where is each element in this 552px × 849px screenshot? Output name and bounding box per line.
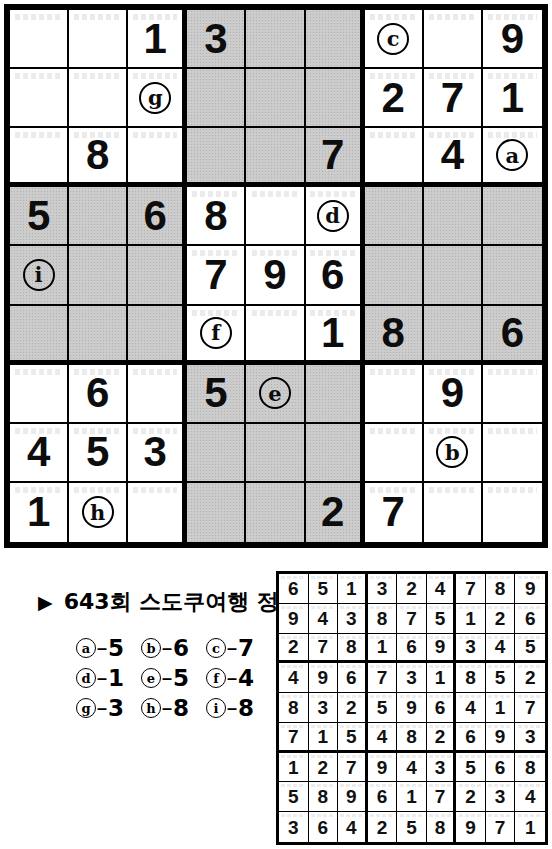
solution-digit: 4	[525, 787, 536, 806]
solution-cell-r7c9: 8	[515, 753, 545, 783]
solution-cell-r2c8: 2	[486, 604, 516, 634]
given-digit: 7	[382, 491, 405, 533]
puzzle-cell-r9c7: 7	[365, 483, 424, 542]
answer-letter-circle-e: e	[141, 668, 161, 688]
solution-digit: 7	[318, 637, 329, 656]
solution-cell-r3c4: 1	[368, 634, 398, 664]
solution-cell-r7c2: 2	[309, 753, 339, 783]
solution-cell-r8c9: 4	[515, 782, 545, 812]
solution-cell-r8c6: 7	[427, 782, 457, 812]
puzzle-cell-r4c3: 6	[128, 187, 187, 246]
solution-cell-r9c6: 8	[427, 812, 457, 842]
solution-digit: 2	[435, 727, 446, 746]
solution-cell-r5c6: 6	[427, 693, 457, 723]
solution-cell-r2c5: 7	[397, 604, 427, 634]
puzzle-cell-r2c9: 1	[483, 69, 542, 128]
solution-cell-r2c4: 8	[368, 604, 398, 634]
solution-digit: 6	[288, 579, 299, 598]
given-digit: 5	[27, 195, 50, 237]
solution-cell-r9c4: 2	[368, 812, 398, 842]
solution-digit: 9	[465, 818, 476, 837]
solution-cell-r3c5: 6	[397, 634, 427, 664]
solution-digit: 8	[377, 609, 388, 628]
solution-cell-r4c2: 9	[309, 663, 339, 693]
solution-cell-r2c1: 9	[279, 604, 309, 634]
solution-cell-r2c2: 4	[309, 604, 339, 634]
solution-cell-r3c6: 9	[427, 634, 457, 664]
circled-letter-e: e	[259, 377, 291, 409]
solution-cell-r3c3: 8	[338, 634, 368, 664]
solution-cell-r1c8: 8	[486, 574, 516, 604]
solution-digit: 3	[406, 668, 417, 687]
solution-digit: 4	[435, 579, 446, 598]
puzzle-cell-r9c6: 2	[306, 483, 365, 542]
solution-digit: 9	[525, 579, 536, 598]
solution-cell-r8c2: 8	[309, 782, 339, 812]
solution-cell-r4c5: 3	[397, 663, 427, 693]
solution-digit: 1	[435, 668, 446, 687]
solution-cell-r4c1: 4	[279, 663, 309, 693]
circled-letter-g: g	[139, 82, 171, 114]
solution-digit: 5	[288, 787, 299, 806]
puzzle-cell-r1c2	[69, 10, 128, 69]
puzzle-cell-r7c3	[128, 365, 187, 424]
answer-entry-a: a–5	[76, 637, 141, 659]
puzzle-cell-r6c7: 8	[365, 306, 424, 365]
solution-digit: 1	[318, 727, 329, 746]
puzzle-cell-r1c6	[306, 10, 365, 69]
solution-cell-r3c1: 2	[279, 634, 309, 664]
given-digit: 1	[321, 312, 344, 354]
solution-digit: 6	[465, 727, 476, 746]
circled-letter-a: a	[496, 139, 528, 171]
solution-digit: 3	[525, 727, 536, 746]
puzzle-cell-r2c2	[69, 69, 128, 128]
solution-digit: 2	[465, 787, 476, 806]
answer-value: 4	[238, 667, 254, 690]
given-digit: 1	[27, 491, 50, 533]
given-digit: 7	[204, 254, 227, 296]
solution-cell-r5c7: 4	[456, 693, 486, 723]
puzzle-cell-r3c7	[365, 128, 424, 187]
puzzle-cell-r4c6: d	[306, 187, 365, 246]
solution-digit: 1	[495, 698, 506, 717]
puzzle-cell-r2c5	[246, 69, 305, 128]
solution-digit: 5	[346, 727, 357, 746]
answer-dash: –	[97, 639, 107, 657]
solution-cell-r9c2: 6	[309, 812, 339, 842]
solution-digit: 6	[346, 668, 357, 687]
puzzle-cell-r3c1	[10, 128, 69, 187]
solution-cell-r8c1: 5	[279, 782, 309, 812]
puzzle-cell-r2c8: 7	[424, 69, 483, 128]
puzzle-cell-r1c4: 3	[187, 10, 246, 69]
solution-cell-r2c6: 5	[427, 604, 457, 634]
circled-letter-i: i	[23, 259, 55, 291]
puzzle-cell-r8c8: b	[424, 424, 483, 483]
puzzle-cell-r9c4	[187, 483, 246, 542]
puzzle-cell-r4c1: 5	[10, 187, 69, 246]
answer-dash: –	[162, 699, 172, 717]
solution-cell-r2c9: 6	[515, 604, 545, 634]
solution-cell-r1c2: 5	[309, 574, 339, 604]
solution-digit: 6	[525, 609, 536, 628]
solution-digit: 8	[318, 787, 329, 806]
solution-cell-r3c2: 7	[309, 634, 339, 664]
puzzle-cell-r8c6	[306, 424, 365, 483]
solution-cell-r1c3: 1	[338, 574, 368, 604]
solution-grid: 6513247899438751262781693454967318528325…	[276, 571, 548, 845]
answer-dash: –	[162, 639, 172, 657]
solution-digit: 4	[465, 698, 476, 717]
solution-cell-r6c3: 5	[338, 723, 368, 753]
solution-digit: 1	[525, 818, 536, 837]
given-digit: 9	[501, 18, 524, 60]
solution-cell-r7c6: 3	[427, 753, 457, 783]
puzzle-cell-r3c9: a	[483, 128, 542, 187]
puzzle-cell-r5c6: 6	[306, 246, 365, 305]
solution-cell-r6c1: 7	[279, 723, 309, 753]
answer-entry-f: f–4	[206, 667, 271, 689]
answer-entries: a–5b–6c–7d–1e–5f–4g–3h–8i–8	[76, 637, 271, 719]
answer-letter-circle-d: d	[76, 668, 96, 688]
solution-digit: 2	[288, 637, 299, 656]
answer-entry-d: d–1	[76, 667, 141, 689]
answer-dash: –	[227, 699, 237, 717]
given-digit: 5	[86, 431, 109, 473]
solution-digit: 9	[288, 609, 299, 628]
puzzle-cell-r7c9	[483, 365, 542, 424]
answer-value: 8	[173, 697, 189, 720]
solution-digit: 7	[406, 609, 417, 628]
newspaper-sudoku-page: 13c9g271874a568di796f18665e9453b1h27 ▶ 6…	[0, 0, 552, 849]
solution-cell-r2c7: 1	[456, 604, 486, 634]
answer-value: 5	[173, 667, 189, 690]
given-digit: 1	[501, 77, 524, 119]
puzzle-cell-r1c3: 1	[128, 10, 187, 69]
solution-digit: 7	[435, 787, 446, 806]
answer-entry-i: i–8	[206, 697, 271, 719]
puzzle-cell-r9c3	[128, 483, 187, 542]
puzzle-cell-r5c3	[128, 246, 187, 305]
puzzle-cell-r1c8	[424, 10, 483, 69]
puzzle-cell-r7c2: 6	[69, 365, 128, 424]
solution-cell-r5c4: 5	[368, 693, 398, 723]
solution-cell-r3c8: 4	[486, 634, 516, 664]
solution-cell-r6c5: 8	[397, 723, 427, 753]
solution-digit: 3	[377, 579, 388, 598]
puzzle-cell-r6c8	[424, 306, 483, 365]
solution-digit: 5	[465, 758, 476, 777]
solution-cell-r1c1: 6	[279, 574, 309, 604]
solution-cell-r7c4: 9	[368, 753, 398, 783]
solution-digit: 4	[288, 668, 299, 687]
given-digit: 1	[144, 18, 167, 60]
solution-cell-r6c4: 4	[368, 723, 398, 753]
answer-value: 7	[238, 637, 254, 660]
solution-cell-r9c8: 7	[486, 812, 516, 842]
answer-value: 1	[108, 667, 124, 690]
puzzle-cell-r2c7: 2	[365, 69, 424, 128]
puzzle-cell-r9c2: h	[69, 483, 128, 542]
solution-digit: 1	[406, 787, 417, 806]
answer-entry-g: g–3	[76, 697, 141, 719]
solution-digit: 9	[495, 727, 506, 746]
solution-digit: 5	[495, 668, 506, 687]
solution-digit: 2	[525, 668, 536, 687]
solution-cell-r9c5: 5	[397, 812, 427, 842]
solution-cell-r8c4: 6	[368, 782, 398, 812]
given-digit: 8	[382, 312, 405, 354]
puzzle-cell-r6c5	[246, 306, 305, 365]
given-digit: 6	[501, 312, 524, 354]
solution-digit: 4	[495, 637, 506, 656]
answer-letter-circle-b: b	[141, 638, 161, 658]
solution-cell-r1c9: 9	[515, 574, 545, 604]
circled-letter-d: d	[317, 200, 349, 232]
solution-digit: 7	[465, 579, 476, 598]
puzzle-cell-r1c1	[10, 10, 69, 69]
answer-entry-c: c–7	[206, 637, 271, 659]
puzzle-cell-r7c4: 5	[187, 365, 246, 424]
answer-section-title: ▶ 643회 스도쿠여행 정답	[38, 587, 301, 617]
solution-digit: 9	[435, 637, 446, 656]
solution-digit: 1	[465, 609, 476, 628]
solution-cell-r6c2: 1	[309, 723, 339, 753]
solution-digit: 2	[406, 579, 417, 598]
given-digit: 3	[204, 18, 227, 60]
solution-cell-r6c8: 9	[486, 723, 516, 753]
solution-digit: 6	[377, 787, 388, 806]
puzzle-cell-r4c5	[246, 187, 305, 246]
circled-letter-h: h	[82, 496, 114, 528]
solution-cell-r9c1: 3	[279, 812, 309, 842]
puzzle-cell-r5c9	[483, 246, 542, 305]
triangle-marker-icon: ▶	[38, 593, 53, 612]
puzzle-cell-r7c5: e	[246, 365, 305, 424]
answer-value: 6	[173, 637, 189, 660]
solution-digit: 1	[288, 758, 299, 777]
solution-digit: 6	[435, 698, 446, 717]
puzzle-cell-r6c6: 1	[306, 306, 365, 365]
puzzle-cell-r2c1	[10, 69, 69, 128]
answer-letter-circle-h: h	[141, 698, 161, 718]
puzzle-cell-r6c2	[69, 306, 128, 365]
solution-digit: 5	[435, 609, 446, 628]
given-digit: 5	[204, 372, 227, 414]
puzzle-cell-r1c7: c	[365, 10, 424, 69]
answer-title-text: 643회 스도쿠여행 정답	[64, 587, 301, 617]
puzzle-cell-r3c3	[128, 128, 187, 187]
main-sudoku-grid: 13c9g271874a568di796f18665e9453b1h27	[4, 4, 548, 548]
solution-digit: 5	[525, 637, 536, 656]
puzzle-cell-r8c1: 4	[10, 424, 69, 483]
solution-cell-r2c3: 3	[338, 604, 368, 634]
solution-digit: 4	[318, 609, 329, 628]
answer-letter-circle-i: i	[206, 698, 226, 718]
solution-digit: 7	[288, 727, 299, 746]
puzzle-cell-r5c8	[424, 246, 483, 305]
solution-cell-r5c9: 7	[515, 693, 545, 723]
solution-cell-r5c5: 9	[397, 693, 427, 723]
solution-digit: 8	[525, 758, 536, 777]
puzzle-cell-r3c6: 7	[306, 128, 365, 187]
solution-digit: 9	[377, 758, 388, 777]
puzzle-cell-r7c1	[10, 365, 69, 424]
solution-digit: 3	[288, 818, 299, 837]
answer-entry-b: b–6	[141, 637, 206, 659]
solution-cell-r9c3: 4	[338, 812, 368, 842]
solution-cell-r7c3: 7	[338, 753, 368, 783]
solution-cell-r4c6: 1	[427, 663, 457, 693]
puzzle-cell-r5c5: 9	[246, 246, 305, 305]
given-digit: 2	[382, 77, 405, 119]
puzzle-cell-r2c6	[306, 69, 365, 128]
answer-letter-circle-g: g	[76, 698, 96, 718]
solution-digit: 3	[435, 758, 446, 777]
solution-digit: 5	[318, 579, 329, 598]
answer-letter-circle-a: a	[76, 638, 96, 658]
puzzle-cell-r6c9: 6	[483, 306, 542, 365]
puzzle-cell-r8c4	[187, 424, 246, 483]
given-digit: 6	[144, 195, 167, 237]
solution-cell-r7c5: 4	[397, 753, 427, 783]
solution-digit: 2	[318, 758, 329, 777]
solution-digit: 8	[288, 698, 299, 717]
puzzle-cell-r6c1	[10, 306, 69, 365]
solution-cell-r1c4: 3	[368, 574, 398, 604]
solution-digit: 1	[377, 637, 388, 656]
solution-cell-r4c7: 8	[456, 663, 486, 693]
solution-cell-r5c1: 8	[279, 693, 309, 723]
solution-cell-r3c7: 3	[456, 634, 486, 664]
solution-digit: 2	[377, 818, 388, 837]
solution-digit: 9	[406, 698, 417, 717]
puzzle-cell-r3c5	[246, 128, 305, 187]
circled-letter-b: b	[436, 436, 468, 468]
puzzle-cell-r7c7	[365, 365, 424, 424]
puzzle-cell-r4c7	[365, 187, 424, 246]
solution-cell-r9c7: 9	[456, 812, 486, 842]
puzzle-cell-r3c2: 8	[69, 128, 128, 187]
answer-value: 8	[238, 697, 254, 720]
given-digit: 2	[321, 491, 344, 533]
circled-letter-f: f	[200, 317, 232, 349]
puzzle-cell-r5c1: i	[10, 246, 69, 305]
solution-digit: 7	[525, 698, 536, 717]
puzzle-cell-r4c8	[424, 187, 483, 246]
answer-letter-circle-c: c	[206, 638, 226, 658]
puzzle-cell-r3c8: 4	[424, 128, 483, 187]
solution-cell-r8c5: 1	[397, 782, 427, 812]
solution-cell-r1c5: 2	[397, 574, 427, 604]
solution-digit: 7	[346, 758, 357, 777]
circled-letter-c: c	[377, 23, 409, 55]
solution-digit: 5	[406, 818, 417, 837]
puzzle-cell-r5c4: 7	[187, 246, 246, 305]
solution-digit: 8	[465, 668, 476, 687]
puzzle-cell-r9c8	[424, 483, 483, 542]
given-digit: 6	[86, 372, 109, 414]
solution-digit: 9	[346, 787, 357, 806]
solution-digit: 1	[346, 579, 357, 598]
solution-cell-r3c9: 5	[515, 634, 545, 664]
solution-cell-r5c2: 3	[309, 693, 339, 723]
puzzle-cell-r1c5	[246, 10, 305, 69]
given-digit: 7	[441, 77, 464, 119]
puzzle-cell-r4c2	[69, 187, 128, 246]
answer-entry-h: h–8	[141, 697, 206, 719]
solution-cell-r6c9: 3	[515, 723, 545, 753]
solution-cell-r4c3: 6	[338, 663, 368, 693]
solution-digit: 8	[406, 727, 417, 746]
puzzle-cell-r8c7	[365, 424, 424, 483]
answer-dash: –	[162, 669, 172, 687]
answer-dash: –	[97, 669, 107, 687]
answer-entry-e: e–5	[141, 667, 206, 689]
solution-digit: 8	[346, 637, 357, 656]
answer-dash: –	[227, 669, 237, 687]
puzzle-cell-r8c9	[483, 424, 542, 483]
solution-digit: 4	[406, 758, 417, 777]
puzzle-cell-r2c3: g	[128, 69, 187, 128]
solution-cell-r7c8: 6	[486, 753, 516, 783]
solution-cell-r9c9: 1	[515, 812, 545, 842]
solution-cell-r5c3: 2	[338, 693, 368, 723]
puzzle-cell-r7c8: 9	[424, 365, 483, 424]
puzzle-cell-r3c4	[187, 128, 246, 187]
solution-cell-r6c7: 6	[456, 723, 486, 753]
solution-digit: 7	[377, 668, 388, 687]
puzzle-cell-r6c3	[128, 306, 187, 365]
solution-cell-r4c8: 5	[486, 663, 516, 693]
answer-letter-circle-f: f	[206, 668, 226, 688]
solution-cell-r7c1: 1	[279, 753, 309, 783]
puzzle-cell-r9c1: 1	[10, 483, 69, 542]
solution-cell-r5c8: 1	[486, 693, 516, 723]
puzzle-cell-r8c5	[246, 424, 305, 483]
solution-digit: 2	[495, 609, 506, 628]
solution-digit: 7	[495, 818, 506, 837]
puzzle-cell-r8c2: 5	[69, 424, 128, 483]
solution-digit: 8	[435, 818, 446, 837]
puzzle-cell-r4c4: 8	[187, 187, 246, 246]
solution-cell-r1c6: 4	[427, 574, 457, 604]
solution-cell-r8c8: 3	[486, 782, 516, 812]
solution-digit: 3	[495, 787, 506, 806]
solution-cell-r1c7: 7	[456, 574, 486, 604]
given-digit: 8	[86, 134, 109, 176]
puzzle-cell-r7c6	[306, 365, 365, 424]
solution-digit: 6	[495, 758, 506, 777]
answer-dash: –	[227, 639, 237, 657]
solution-digit: 2	[346, 698, 357, 717]
answer-value: 3	[108, 697, 124, 720]
solution-digit: 5	[377, 698, 388, 717]
given-digit: 4	[441, 134, 464, 176]
solution-digit: 6	[318, 818, 329, 837]
puzzle-cell-r8c3: 3	[128, 424, 187, 483]
given-digit: 8	[204, 195, 227, 237]
puzzle-cell-r1c9: 9	[483, 10, 542, 69]
given-digit: 6	[321, 254, 344, 296]
solution-cell-r4c9: 2	[515, 663, 545, 693]
solution-cell-r7c7: 5	[456, 753, 486, 783]
solution-cell-r8c3: 9	[338, 782, 368, 812]
puzzle-cell-r5c2	[69, 246, 128, 305]
solution-cell-r4c4: 7	[368, 663, 398, 693]
solution-digit: 9	[318, 668, 329, 687]
